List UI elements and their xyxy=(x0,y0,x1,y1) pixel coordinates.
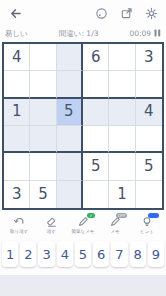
cell-r3c5[interactable] xyxy=(109,99,135,126)
hint-badge xyxy=(148,213,159,218)
numpad-key-9[interactable]: 9 xyxy=(148,241,164,267)
back-icon xyxy=(9,7,22,20)
pause-button[interactable] xyxy=(154,29,161,39)
numpad-key-2[interactable]: 2 xyxy=(20,241,36,267)
cell-r1c1[interactable]: 4 xyxy=(4,44,30,71)
cell-r6c5[interactable]: 1 xyxy=(109,181,135,208)
cell-r1c2[interactable] xyxy=(30,44,56,71)
cell-r4c5[interactable] xyxy=(109,126,135,153)
notes-button[interactable]: OFF メモ xyxy=(102,216,128,234)
cell-r5c5[interactable] xyxy=(109,153,135,180)
cell-r6c4[interactable] xyxy=(83,181,109,208)
share-icon xyxy=(120,7,133,20)
cell-r4c2[interactable] xyxy=(30,126,56,153)
cell-r3c2[interactable] xyxy=(30,99,56,126)
cell-r6c6[interactable] xyxy=(136,181,162,208)
number-pad: 123456789 xyxy=(0,241,166,267)
cell-r2c1[interactable] xyxy=(4,71,30,98)
top-bar xyxy=(0,0,166,26)
palette-icon xyxy=(95,7,108,20)
cell-r1c3[interactable] xyxy=(57,44,83,71)
auto-notes-label: 簡単なメモ xyxy=(72,229,95,234)
undo-icon xyxy=(13,216,25,228)
difficulty-label: 易しい xyxy=(5,29,28,39)
cell-r5c3[interactable] xyxy=(57,153,83,180)
hint-button[interactable]: ヒント xyxy=(134,216,160,234)
settings-button[interactable] xyxy=(144,6,158,20)
pencil-icon xyxy=(77,216,89,228)
cell-r3c4[interactable] xyxy=(83,99,109,126)
share-button[interactable] xyxy=(119,6,133,20)
undo-label: 取り消す xyxy=(10,229,28,234)
auto-notes-button[interactable]: ✓ 簡単なメモ xyxy=(70,216,96,234)
numpad-key-3[interactable]: 3 xyxy=(38,241,54,267)
cell-r2c6[interactable] xyxy=(136,71,162,98)
cell-r5c4[interactable]: 5 xyxy=(83,153,109,180)
undo-button[interactable]: 取り消す xyxy=(6,216,32,234)
pause-icon xyxy=(154,30,161,39)
numpad-key-6[interactable]: 6 xyxy=(93,241,109,267)
timer: 00:09 xyxy=(129,29,151,38)
sudoku-board: 46315455351 xyxy=(2,42,164,210)
cell-r1c4[interactable]: 6 xyxy=(83,44,109,71)
cell-r5c2[interactable] xyxy=(30,153,56,180)
cell-r3c6[interactable]: 4 xyxy=(136,99,162,126)
cell-r5c6[interactable]: 5 xyxy=(136,153,162,180)
numpad-key-5[interactable]: 5 xyxy=(75,241,91,267)
cell-r6c1[interactable]: 3 xyxy=(4,181,30,208)
erase-label: 消す xyxy=(46,229,55,234)
theme-button[interactable] xyxy=(94,6,108,20)
numpad-key-1[interactable]: 1 xyxy=(2,241,18,267)
numpad-key-4[interactable]: 4 xyxy=(57,241,73,267)
cell-r6c3[interactable] xyxy=(57,181,83,208)
cell-r2c3[interactable] xyxy=(57,71,83,98)
cell-r1c6[interactable]: 3 xyxy=(136,44,162,71)
numpad-key-8[interactable]: 8 xyxy=(130,241,146,267)
hint-label: ヒント xyxy=(140,229,154,234)
status-row: 易しい 間違い: 1/3 00:09 xyxy=(0,26,166,41)
eraser-icon xyxy=(45,216,57,228)
cell-r5c1[interactable] xyxy=(4,153,30,180)
cell-r3c3[interactable]: 5 xyxy=(57,99,83,126)
cell-r1c5[interactable] xyxy=(109,44,135,71)
bottom-band xyxy=(0,275,166,296)
cell-r2c4[interactable] xyxy=(83,71,109,98)
notes-label: メモ xyxy=(110,229,119,234)
cell-r2c5[interactable] xyxy=(109,71,135,98)
erase-button[interactable]: 消す xyxy=(38,216,64,234)
cell-r4c4[interactable] xyxy=(83,126,109,153)
cell-r2c2[interactable] xyxy=(30,71,56,98)
numpad-key-7[interactable]: 7 xyxy=(111,241,127,267)
toolbar: 取り消す 消す ✓ 簡単なメモ OFF メモ ヒント xyxy=(0,216,166,234)
cell-r3c1[interactable]: 1 xyxy=(4,99,30,126)
cell-r4c3[interactable] xyxy=(57,126,83,153)
notes-badge: OFF xyxy=(116,213,127,218)
back-button[interactable] xyxy=(8,6,22,20)
cell-r6c2[interactable]: 5 xyxy=(30,181,56,208)
mistakes-counter: 間違い: 1/3 xyxy=(59,29,99,39)
auto-notes-badge: ✓ xyxy=(87,213,95,218)
gear-icon xyxy=(145,7,158,20)
cell-r4c1[interactable] xyxy=(4,126,30,153)
cell-r4c6[interactable] xyxy=(136,126,162,153)
